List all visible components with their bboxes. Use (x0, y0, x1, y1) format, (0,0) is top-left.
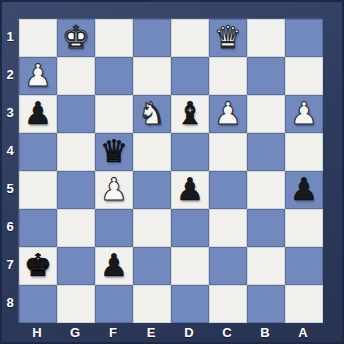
square-h5[interactable] (19, 171, 57, 209)
file-label-d: D (170, 323, 208, 343)
square-b8[interactable] (247, 285, 285, 323)
square-b4[interactable] (247, 133, 285, 171)
chess-board: ♚♛♟♟♞♝♟♟♛♟♟♟♚♟ (18, 18, 322, 322)
square-g8[interactable] (57, 285, 95, 323)
square-f2[interactable] (95, 57, 133, 95)
square-g6[interactable] (57, 209, 95, 247)
square-b5[interactable] (247, 171, 285, 209)
file-label-f: F (94, 323, 132, 343)
file-label-b: B (246, 323, 284, 343)
square-f5[interactable]: ♟ (95, 171, 133, 209)
square-f7[interactable]: ♟ (95, 247, 133, 285)
square-e1[interactable] (133, 19, 171, 57)
square-c4[interactable] (209, 133, 247, 171)
square-e2[interactable] (133, 57, 171, 95)
square-d6[interactable] (171, 209, 209, 247)
square-g3[interactable] (57, 95, 95, 133)
square-c3[interactable]: ♟ (209, 95, 247, 133)
square-e4[interactable] (133, 133, 171, 171)
square-h4[interactable] (19, 133, 57, 171)
square-a1[interactable] (285, 19, 323, 57)
black-king-h7[interactable]: ♚ (24, 246, 52, 284)
square-c6[interactable] (209, 209, 247, 247)
square-a3[interactable]: ♟ (285, 95, 323, 133)
black-bishop-d3[interactable]: ♝ (176, 94, 204, 132)
square-c2[interactable] (209, 57, 247, 95)
white-knight-e3[interactable]: ♞ (138, 94, 166, 132)
rank-label-3: 3 (2, 94, 18, 132)
square-e5[interactable] (133, 171, 171, 209)
square-g4[interactable] (57, 133, 95, 171)
square-h7[interactable]: ♚ (19, 247, 57, 285)
square-g7[interactable] (57, 247, 95, 285)
square-e3[interactable]: ♞ (133, 95, 171, 133)
chess-board-frame: ♚♛♟♟♞♝♟♟♛♟♟♟♚♟ 12345678 HGFEDCBA (0, 0, 344, 344)
file-label-g: G (56, 323, 94, 343)
white-pawn-c3[interactable]: ♟ (214, 94, 242, 132)
rank-label-4: 4 (2, 132, 18, 170)
white-king-g1[interactable]: ♚ (62, 18, 90, 56)
square-d5[interactable]: ♟ (171, 171, 209, 209)
black-pawn-a5[interactable]: ♟ (290, 170, 318, 208)
square-g5[interactable] (57, 171, 95, 209)
file-label-a: A (284, 323, 322, 343)
black-queen-f4[interactable]: ♛ (100, 132, 128, 170)
square-a7[interactable] (285, 247, 323, 285)
rank-label-8: 8 (2, 284, 18, 322)
square-b3[interactable] (247, 95, 285, 133)
square-b2[interactable] (247, 57, 285, 95)
square-a2[interactable] (285, 57, 323, 95)
file-label-h: H (18, 323, 56, 343)
square-c7[interactable] (209, 247, 247, 285)
square-c1[interactable]: ♛ (209, 19, 247, 57)
file-label-c: C (208, 323, 246, 343)
square-e7[interactable] (133, 247, 171, 285)
rank-label-6: 6 (2, 208, 18, 246)
square-a5[interactable]: ♟ (285, 171, 323, 209)
square-h6[interactable] (19, 209, 57, 247)
square-g1[interactable]: ♚ (57, 19, 95, 57)
square-d1[interactable] (171, 19, 209, 57)
square-b1[interactable] (247, 19, 285, 57)
square-e8[interactable] (133, 285, 171, 323)
file-label-e: E (132, 323, 170, 343)
square-h2[interactable]: ♟ (19, 57, 57, 95)
white-pawn-f5[interactable]: ♟ (100, 170, 128, 208)
square-a8[interactable] (285, 285, 323, 323)
black-pawn-h3[interactable]: ♟ (24, 94, 52, 132)
square-e6[interactable] (133, 209, 171, 247)
square-h8[interactable] (19, 285, 57, 323)
square-d3[interactable]: ♝ (171, 95, 209, 133)
square-f6[interactable] (95, 209, 133, 247)
square-b6[interactable] (247, 209, 285, 247)
square-f8[interactable] (95, 285, 133, 323)
square-f4[interactable]: ♛ (95, 133, 133, 171)
white-pawn-h2[interactable]: ♟ (24, 56, 52, 94)
black-pawn-d5[interactable]: ♟ (176, 170, 204, 208)
square-h3[interactable]: ♟ (19, 95, 57, 133)
square-d4[interactable] (171, 133, 209, 171)
square-d8[interactable] (171, 285, 209, 323)
white-pawn-a3[interactable]: ♟ (290, 94, 318, 132)
square-c8[interactable] (209, 285, 247, 323)
square-a6[interactable] (285, 209, 323, 247)
black-pawn-f7[interactable]: ♟ (100, 246, 128, 284)
rank-label-1: 1 (2, 18, 18, 56)
square-d2[interactable] (171, 57, 209, 95)
square-d7[interactable] (171, 247, 209, 285)
square-g2[interactable] (57, 57, 95, 95)
rank-label-5: 5 (2, 170, 18, 208)
rank-label-2: 2 (2, 56, 18, 94)
square-h1[interactable] (19, 19, 57, 57)
square-f3[interactable] (95, 95, 133, 133)
square-f1[interactable] (95, 19, 133, 57)
square-c5[interactable] (209, 171, 247, 209)
white-queen-c1[interactable]: ♛ (214, 18, 242, 56)
square-a4[interactable] (285, 133, 323, 171)
square-b7[interactable] (247, 247, 285, 285)
rank-label-7: 7 (2, 246, 18, 284)
